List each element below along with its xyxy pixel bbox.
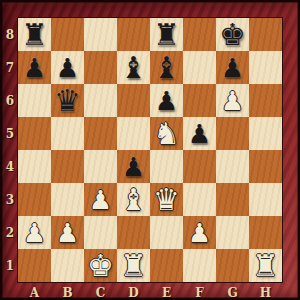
rank-label-4: 4: [2, 150, 18, 183]
square-b5[interactable]: [51, 117, 84, 150]
square-f3[interactable]: [183, 183, 216, 216]
rank-label-6: 6: [2, 84, 18, 117]
square-a5[interactable]: [18, 117, 51, 150]
square-h8[interactable]: [249, 18, 282, 51]
square-f8[interactable]: [183, 18, 216, 51]
white-queen: ♛: [150, 183, 183, 216]
square-d2[interactable]: [117, 216, 150, 249]
square-a8[interactable]: ♜: [18, 18, 51, 51]
square-f2[interactable]: ♟: [183, 216, 216, 249]
square-d6[interactable]: [117, 84, 150, 117]
white-pawn: ♟: [216, 84, 249, 117]
square-c7[interactable]: [84, 51, 117, 84]
square-f5[interactable]: ♟: [183, 117, 216, 150]
chess-diagram: ♜♜♚♟♟♝♝♟♛♟♟♞♟♟♟♝♛♟♟♟♚♜♜ 87654321 ABCDEFG…: [0, 0, 300, 300]
square-c4[interactable]: [84, 150, 117, 183]
black-pawn: ♟: [150, 84, 183, 117]
square-d7[interactable]: ♝: [117, 51, 150, 84]
square-b7[interactable]: ♟: [51, 51, 84, 84]
rank-label-5: 5: [2, 117, 18, 150]
file-label-a: A: [18, 284, 51, 300]
square-f4[interactable]: [183, 150, 216, 183]
square-h3[interactable]: [249, 183, 282, 216]
square-c6[interactable]: [84, 84, 117, 117]
square-g5[interactable]: [216, 117, 249, 150]
square-b3[interactable]: [51, 183, 84, 216]
square-e4[interactable]: [150, 150, 183, 183]
black-pawn: ♟: [51, 51, 84, 84]
square-f7[interactable]: [183, 51, 216, 84]
square-c5[interactable]: [84, 117, 117, 150]
black-pawn: ♟: [216, 51, 249, 84]
chess-board: ♜♜♚♟♟♝♝♟♛♟♟♞♟♟♟♝♛♟♟♟♚♜♜: [18, 18, 282, 282]
black-bishop: ♝: [150, 51, 183, 84]
square-g3[interactable]: [216, 183, 249, 216]
square-d1[interactable]: ♜: [117, 249, 150, 282]
white-king: ♚: [84, 249, 117, 282]
square-c8[interactable]: [84, 18, 117, 51]
black-rook: ♜: [18, 18, 51, 51]
black-king: ♚: [216, 18, 249, 51]
square-e5[interactable]: ♞: [150, 117, 183, 150]
square-d5[interactable]: [117, 117, 150, 150]
square-d8[interactable]: [117, 18, 150, 51]
square-h7[interactable]: [249, 51, 282, 84]
square-g8[interactable]: ♚: [216, 18, 249, 51]
black-pawn: ♟: [18, 51, 51, 84]
square-g7[interactable]: ♟: [216, 51, 249, 84]
square-a7[interactable]: ♟: [18, 51, 51, 84]
square-a3[interactable]: [18, 183, 51, 216]
black-queen: ♛: [51, 84, 84, 117]
square-c1[interactable]: ♚: [84, 249, 117, 282]
white-pawn: ♟: [51, 216, 84, 249]
white-rook: ♜: [249, 249, 282, 282]
file-label-g: G: [216, 284, 249, 300]
white-bishop: ♝: [117, 183, 150, 216]
file-label-c: C: [84, 284, 117, 300]
square-g1[interactable]: [216, 249, 249, 282]
square-a2[interactable]: ♟: [18, 216, 51, 249]
square-d4[interactable]: ♟: [117, 150, 150, 183]
rank-label-2: 2: [2, 216, 18, 249]
black-bishop: ♝: [117, 51, 150, 84]
square-d3[interactable]: ♝: [117, 183, 150, 216]
square-b6[interactable]: ♛: [51, 84, 84, 117]
file-label-h: H: [249, 284, 282, 300]
white-knight: ♞: [150, 117, 183, 150]
black-pawn: ♟: [117, 150, 150, 183]
file-label-d: D: [117, 284, 150, 300]
square-b2[interactable]: ♟: [51, 216, 84, 249]
square-a4[interactable]: [18, 150, 51, 183]
square-e8[interactable]: ♜: [150, 18, 183, 51]
square-c2[interactable]: [84, 216, 117, 249]
square-e6[interactable]: ♟: [150, 84, 183, 117]
square-h6[interactable]: [249, 84, 282, 117]
rank-coordinates: 87654321: [2, 18, 18, 282]
black-pawn: ♟: [183, 117, 216, 150]
square-h2[interactable]: [249, 216, 282, 249]
file-coordinates: ABCDEFGH: [18, 284, 282, 300]
square-f6[interactable]: [183, 84, 216, 117]
file-label-f: F: [183, 284, 216, 300]
black-rook: ♜: [150, 18, 183, 51]
file-label-e: E: [150, 284, 183, 300]
square-c3[interactable]: ♟: [84, 183, 117, 216]
white-pawn: ♟: [18, 216, 51, 249]
square-b1[interactable]: [51, 249, 84, 282]
square-e2[interactable]: [150, 216, 183, 249]
rank-label-8: 8: [2, 18, 18, 51]
square-e3[interactable]: ♛: [150, 183, 183, 216]
white-pawn: ♟: [183, 216, 216, 249]
rank-label-1: 1: [2, 249, 18, 282]
square-g6[interactable]: ♟: [216, 84, 249, 117]
square-h4[interactable]: [249, 150, 282, 183]
square-e1[interactable]: [150, 249, 183, 282]
file-label-b: B: [51, 284, 84, 300]
square-b8[interactable]: [51, 18, 84, 51]
square-b4[interactable]: [51, 150, 84, 183]
square-g4[interactable]: [216, 150, 249, 183]
square-h1[interactable]: ♜: [249, 249, 282, 282]
square-a1[interactable]: [18, 249, 51, 282]
white-pawn: ♟: [84, 183, 117, 216]
rank-label-3: 3: [2, 183, 18, 216]
square-g2[interactable]: [216, 216, 249, 249]
square-e7[interactable]: ♝: [150, 51, 183, 84]
rank-label-7: 7: [2, 51, 18, 84]
square-a6[interactable]: [18, 84, 51, 117]
white-rook: ♜: [117, 249, 150, 282]
square-f1[interactable]: [183, 249, 216, 282]
square-h5[interactable]: [249, 117, 282, 150]
